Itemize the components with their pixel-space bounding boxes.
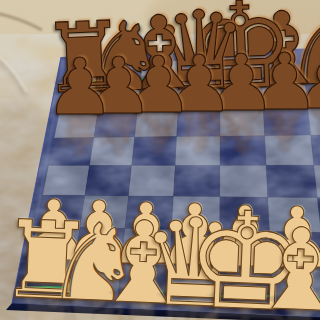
chess-photo: ♜♜♞♞♝♝♛♛♚♚♝♝♞♞♜♜♟♟♟♟♟♟♟♟♟♟♟♟♟♟♟♟♟♟♟♟♟♟♟♟… (0, 0, 320, 320)
gloss-overlay (12, 48, 320, 317)
scene-svg (0, 0, 320, 320)
